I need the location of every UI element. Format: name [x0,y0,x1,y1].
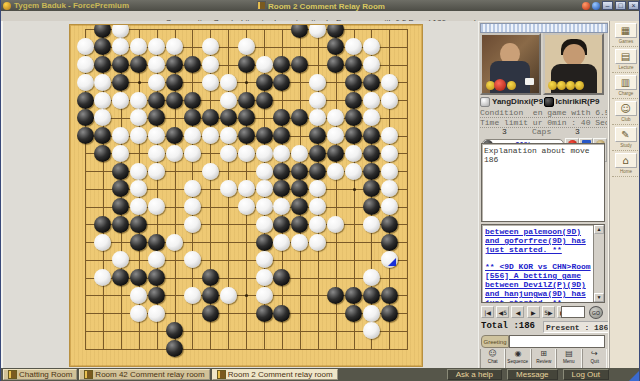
black-stone [381,287,398,304]
tab-room-42[interactable]: Room 42 Comment relay room [79,369,209,380]
black-stone [381,305,398,322]
sidebar-item-games[interactable]: ▦Games [612,23,640,47]
black-stone [327,145,344,162]
rose-icon [557,81,566,90]
white-stone [256,216,273,233]
white-stone [381,74,398,91]
app-icon [3,2,11,10]
white-stone [363,216,380,233]
black-stone [202,287,219,304]
totals-row: Total :186 Present : 186 [481,321,607,334]
sidebar-item-club[interactable]: ☺Club [612,101,640,125]
white-stone [256,251,273,268]
black-stone [256,234,273,251]
move-number-input[interactable] [561,306,585,318]
white-stone [148,56,165,73]
white-stone [220,145,237,162]
service-sidebar: ▦Games ▤Lecture ▥Charge ☺Club ✎Study ⌂Ho… [608,21,640,368]
white-stone [94,234,111,251]
black-stone [148,287,165,304]
white-stone [256,145,273,162]
black-stone [238,127,255,144]
black-stone [309,145,326,162]
black-stone [363,163,380,180]
logout-button[interactable]: Log Out [563,369,609,380]
announcement-line[interactable]: between palemoon(9D) and goforfree(9D) h… [485,227,592,254]
maximize-button[interactable]: □ [615,1,626,10]
review-icon: ⊞ [532,349,555,358]
white-stone [166,234,183,251]
minimize-button[interactable]: – [602,1,613,10]
black-stone [238,92,255,109]
app-window: Tygem Baduk - ForcePremium Room 2 Commen… [0,0,640,381]
game-info-panel: YangDinxi(P9 IchirikiR(P9 Condition en g… [478,21,608,368]
white-stone [381,251,398,268]
tab-room-2[interactable]: Room 2 Comment relay room [212,369,338,380]
room-icon [217,370,226,379]
white-stone [220,92,237,109]
black-stone [381,216,398,233]
captures-label: Caps [532,127,551,136]
white-stone [184,287,201,304]
sidebar-item-lecture[interactable]: ▤Lecture [612,49,640,73]
black-player-name-cell[interactable]: IchirikiR(P9 [544,96,608,107]
black-player-photo [543,33,604,95]
white-stone [220,287,237,304]
scrollbar[interactable]: ▲ ▼ [593,225,604,302]
quit-button[interactable]: ↪Quit [582,349,607,368]
go-board[interactable] [69,24,423,367]
grid-line [85,260,408,261]
grid-line [85,331,408,332]
black-stone [148,234,165,251]
nav-forward-button[interactable]: ▶ [527,306,540,318]
white-stone [345,163,362,180]
white-stone [256,180,273,197]
black-stone [238,56,255,73]
captures-row: 3 Caps 3 [480,127,607,136]
black-stone [202,269,219,286]
black-stone [327,24,344,38]
close-button[interactable]: × [628,1,639,10]
grid-line [407,29,408,350]
black-stone [273,305,290,322]
chat-button[interactable]: ☺Chat [480,349,505,368]
black-stone [130,216,147,233]
white-stone [381,145,398,162]
white-stone [202,163,219,180]
panel-buttons: ☺Chat ◉Sequence ⊞Review ▤Menu ↪Quit [480,349,607,368]
white-stone [184,198,201,215]
rose-icon [575,81,584,90]
scroll-down-button[interactable]: ▼ [594,293,604,302]
white-stone [166,145,183,162]
black-stone [148,269,165,286]
black-stone [166,56,183,73]
black-stone [256,74,273,91]
white-stone [184,145,201,162]
nav-first-button[interactable]: |◀ [481,306,494,318]
white-stone [77,56,94,73]
white-stone [112,92,129,109]
white-stone [77,38,94,55]
photo-cup [525,78,534,85]
white-stone [238,180,255,197]
rose-icon [548,81,557,90]
black-stone [112,216,129,233]
sequence-icon: ◉ [506,349,529,358]
sidebar-item-charge[interactable]: ▥Charge [612,75,640,99]
black-stone [363,145,380,162]
board-icon [257,1,266,10]
black-stone [202,305,219,322]
black-stone [166,74,183,91]
white-stone [220,127,237,144]
white-stone [184,127,201,144]
last-move-marker [388,258,396,266]
white-stone [238,198,255,215]
black-stone [112,74,129,91]
nav-forward5-button[interactable]: 5▶ [542,306,555,318]
white-stone [130,163,147,180]
photo-figure [563,44,585,66]
white-stone [130,287,147,304]
black-stone [363,74,380,91]
charge-icon: ▥ [615,75,637,90]
black-stone-icon [544,97,554,107]
black-stone [166,92,183,109]
white-stone [363,56,380,73]
nav-back5-button[interactable]: ◀5 [496,306,509,318]
white-stone [148,163,165,180]
white-stone [130,305,147,322]
black-stone [202,109,219,126]
white-stone [148,145,165,162]
white-stone [327,127,344,144]
nav-back-button[interactable]: ◀ [511,306,524,318]
white-stone [256,287,273,304]
white-stone [148,198,165,215]
white-player-name-cell[interactable]: YangDinxi(P9 [480,96,544,107]
title-bar: Tygem Baduk - ForcePremium Room 2 Commen… [1,0,640,11]
resize-grip[interactable] [629,371,639,381]
black-stone [184,56,201,73]
black-stone [345,74,362,91]
move-navigation: |◀ ◀5 ◀ ▶ 5▶ ▶| GO [481,306,607,320]
black-stone [238,109,255,126]
message-button[interactable]: Message [507,369,557,380]
white-stone [273,234,290,251]
black-stone [309,163,326,180]
white-stone [130,92,147,109]
white-stone [148,305,165,322]
white-stone [202,38,219,55]
go-button[interactable]: GO [589,306,603,319]
black-stone [220,109,237,126]
black-stone [256,127,273,144]
notice-icon[interactable] [582,2,590,10]
black-stone [363,198,380,215]
black-stone [166,340,183,357]
white-stone-icon [480,97,490,107]
white-stone [256,56,273,73]
black-stone [345,56,362,73]
home-icon: ⌂ [615,153,637,168]
black-captures: 3 [575,127,580,136]
greeting-label: Greeting [481,335,509,348]
black-stone [327,56,344,73]
black-stone [77,127,94,144]
black-stone [363,127,380,144]
white-stone [238,145,255,162]
white-stone [112,145,129,162]
sidebar-item-home[interactable]: ⌂Home [612,153,640,177]
total-moves: Total :186 [481,321,535,331]
black-stone [148,92,165,109]
white-stone [202,74,219,91]
rose-icon [507,81,516,90]
white-player-name: YangDinxi(P9 [492,97,543,106]
white-stone [363,305,380,322]
white-stone [256,198,273,215]
white-stone [309,216,326,233]
white-stone [309,74,326,91]
white-stone [220,180,237,197]
white-stone [327,163,344,180]
room-icon [8,370,17,379]
world-icon[interactable] [592,2,600,10]
study-icon: ✎ [615,127,637,142]
explanation-box[interactable]: Explanation about move 186 [481,143,605,222]
chat-icon: ☺ [481,349,504,358]
black-stone [130,234,147,251]
white-player-photo [480,33,541,95]
white-stone [291,234,308,251]
greeting-input[interactable] [509,335,605,348]
white-captures: 3 [502,127,507,136]
grid-line [85,349,408,350]
rose-icon [566,81,575,90]
white-stone [202,127,219,144]
black-stone [345,287,362,304]
white-stone [238,38,255,55]
white-stone [148,127,165,144]
club-icon: ☺ [615,101,637,116]
sidebar-item-study[interactable]: ✎Study [612,127,640,151]
explanation-text: Explanation about move 186 [484,146,590,164]
quit-icon: ↪ [583,349,606,358]
announcement-box[interactable]: between palemoon(9D) and goforfree(9D) h… [481,224,605,303]
black-stone [363,287,380,304]
black-stone [273,163,290,180]
white-stone [309,92,326,109]
condition-row: Condition en game with 6.5 D [480,108,607,118]
menu-button[interactable]: ▤Menu [556,349,581,368]
black-stone [256,305,273,322]
black-stone [291,163,308,180]
rose-icon [494,79,506,91]
scroll-up-button[interactable]: ▲ [594,225,604,234]
black-stone [327,287,344,304]
player-names-row: YangDinxi(P9 IchirikiR(P9 [480,96,607,107]
review-button[interactable]: ⊞Review [531,349,556,368]
window-title: Tygem Baduk - ForcePremium [14,1,129,10]
white-stone [148,74,165,91]
white-stone [256,163,273,180]
black-player-name: IchirikiR(P9 [556,97,600,106]
white-stone [184,216,201,233]
black-stone [166,127,183,144]
photo-figure [551,64,597,95]
announcement-line[interactable]: ** <9D KOR vs CHN>Room [556] A betting g… [485,262,592,303]
room-icon [84,370,93,379]
white-stone [291,145,308,162]
sequence-button[interactable]: ◉Sequence [505,349,530,368]
black-stone [256,92,273,109]
greeting-row: Greeting [481,335,605,348]
tab-chatting-room[interactable]: Chatting Room [3,369,77,380]
white-stone [345,145,362,162]
black-stone [112,163,129,180]
black-stone [345,92,362,109]
black-stone [77,109,94,126]
footer-buttons: Ask a help Message Log Out [447,369,609,380]
white-stone [381,180,398,197]
white-stone [309,234,326,251]
room-title: Room 2 Comment Relay Room [257,1,385,11]
white-stone [381,127,398,144]
panel-splitter-handle[interactable] [480,23,608,33]
white-stone [77,74,94,91]
black-stone [381,234,398,251]
present-move-box: Present : 186 [543,321,613,333]
white-stone [94,92,111,109]
white-stone [381,92,398,109]
white-stone [220,74,237,91]
white-stone [202,56,219,73]
black-stone [77,92,94,109]
white-stone [363,269,380,286]
lecture-icon: ▤ [615,49,637,64]
white-stone [327,216,344,233]
star-point [353,188,356,191]
white-stone [381,163,398,180]
black-stone [345,127,362,144]
ask-help-button[interactable]: Ask a help [447,369,502,380]
white-stone [256,269,273,286]
white-stone [381,198,398,215]
black-stone [345,305,362,322]
black-stone [184,92,201,109]
black-stone [291,216,308,233]
board-region [1,21,478,368]
white-stone [363,92,380,109]
menu-icon: ▤ [557,349,580,358]
games-icon: ▦ [615,23,637,38]
